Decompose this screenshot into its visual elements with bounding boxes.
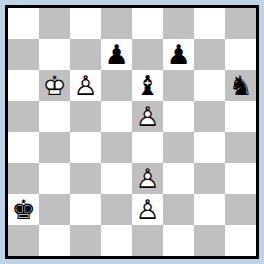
square-h7[interactable]: [225, 39, 256, 70]
square-g1[interactable]: [194, 225, 225, 256]
black-pawn-f7[interactable]: ♟: [163, 39, 194, 70]
square-a3[interactable]: [8, 163, 39, 194]
square-d3[interactable]: [101, 163, 132, 194]
square-a8[interactable]: [8, 8, 39, 39]
square-d4[interactable]: [101, 132, 132, 163]
square-c5[interactable]: [70, 101, 101, 132]
square-h2[interactable]: [225, 194, 256, 225]
chess-board: ♟♟♚♟♝♞♟♟♚♟: [5, 5, 259, 259]
square-f2[interactable]: [163, 194, 194, 225]
square-h1[interactable]: [225, 225, 256, 256]
square-h3[interactable]: [225, 163, 256, 194]
square-d6[interactable]: [101, 70, 132, 101]
square-d1[interactable]: [101, 225, 132, 256]
square-e3[interactable]: ♟: [132, 163, 163, 194]
square-d2[interactable]: [101, 194, 132, 225]
square-g5[interactable]: [194, 101, 225, 132]
square-b4[interactable]: [39, 132, 70, 163]
square-b1[interactable]: [39, 225, 70, 256]
square-g8[interactable]: [194, 8, 225, 39]
white-king-b6[interactable]: ♚: [39, 70, 70, 101]
square-h4[interactable]: [225, 132, 256, 163]
square-e1[interactable]: [132, 225, 163, 256]
square-c1[interactable]: [70, 225, 101, 256]
square-d8[interactable]: [101, 8, 132, 39]
square-b6[interactable]: ♚: [39, 70, 70, 101]
square-c7[interactable]: [70, 39, 101, 70]
square-h8[interactable]: [225, 8, 256, 39]
square-f1[interactable]: [163, 225, 194, 256]
square-f5[interactable]: [163, 101, 194, 132]
square-e7[interactable]: [132, 39, 163, 70]
square-g2[interactable]: [194, 194, 225, 225]
white-pawn-e5[interactable]: ♟: [132, 101, 163, 132]
square-f3[interactable]: [163, 163, 194, 194]
square-f7[interactable]: ♟: [163, 39, 194, 70]
square-g4[interactable]: [194, 132, 225, 163]
square-g6[interactable]: [194, 70, 225, 101]
square-f6[interactable]: [163, 70, 194, 101]
black-bishop-e6[interactable]: ♝: [132, 70, 163, 101]
square-a7[interactable]: [8, 39, 39, 70]
white-pawn-e3[interactable]: ♟: [132, 163, 163, 194]
white-pawn-c6[interactable]: ♟: [70, 70, 101, 101]
square-a1[interactable]: [8, 225, 39, 256]
black-pawn-d7[interactable]: ♟: [101, 39, 132, 70]
square-d7[interactable]: ♟: [101, 39, 132, 70]
square-g3[interactable]: [194, 163, 225, 194]
square-c4[interactable]: [70, 132, 101, 163]
square-f8[interactable]: [163, 8, 194, 39]
square-a5[interactable]: [8, 101, 39, 132]
square-d5[interactable]: [101, 101, 132, 132]
black-knight-h6[interactable]: ♞: [225, 70, 256, 101]
square-e5[interactable]: ♟: [132, 101, 163, 132]
square-e6[interactable]: ♝: [132, 70, 163, 101]
square-e2[interactable]: ♟: [132, 194, 163, 225]
square-g7[interactable]: [194, 39, 225, 70]
square-e4[interactable]: [132, 132, 163, 163]
square-c3[interactable]: [70, 163, 101, 194]
square-b3[interactable]: [39, 163, 70, 194]
square-a6[interactable]: [8, 70, 39, 101]
square-h6[interactable]: ♞: [225, 70, 256, 101]
square-b5[interactable]: [39, 101, 70, 132]
square-e8[interactable]: [132, 8, 163, 39]
square-h5[interactable]: [225, 101, 256, 132]
square-f4[interactable]: [163, 132, 194, 163]
square-b8[interactable]: [39, 8, 70, 39]
square-c8[interactable]: [70, 8, 101, 39]
square-a4[interactable]: [8, 132, 39, 163]
square-b2[interactable]: [39, 194, 70, 225]
square-b7[interactable]: [39, 39, 70, 70]
square-c6[interactable]: ♟: [70, 70, 101, 101]
square-c2[interactable]: [70, 194, 101, 225]
diagram-frame: ♟♟♚♟♝♞♟♟♚♟: [0, 0, 264, 264]
white-pawn-e2[interactable]: ♟: [132, 194, 163, 225]
square-a2[interactable]: ♚: [8, 194, 39, 225]
black-king-a2[interactable]: ♚: [8, 194, 39, 225]
